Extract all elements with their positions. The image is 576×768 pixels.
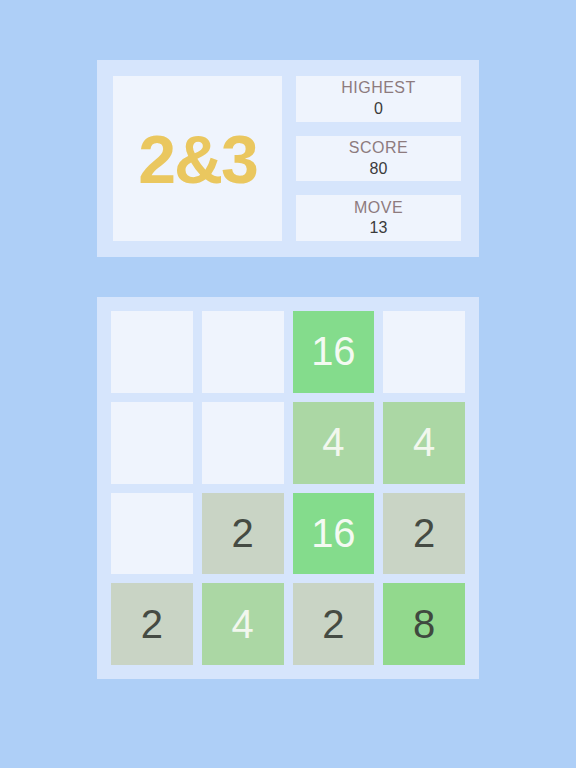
- empty-cell: [111, 311, 193, 393]
- stat-highest: HIGHEST 0: [296, 76, 461, 122]
- board[interactable]: 164421622428: [97, 297, 479, 679]
- tile-8: 8: [383, 583, 465, 665]
- stats-column: HIGHEST 0 SCORE 80 MOVE 13: [296, 76, 461, 241]
- tile-2: 2: [383, 493, 465, 575]
- game-title: 2&3: [138, 120, 257, 198]
- logo-box: 2&3: [113, 76, 282, 241]
- tile-2: 2: [111, 583, 193, 665]
- empty-cell: [202, 402, 284, 484]
- header-card: 2&3 HIGHEST 0 SCORE 80 MOVE 13: [97, 60, 479, 257]
- stat-highest-value: 0: [374, 99, 383, 119]
- tile-16: 16: [293, 493, 375, 575]
- tile-4: 4: [383, 402, 465, 484]
- tile-4: 4: [202, 583, 284, 665]
- stat-move-value: 13: [370, 218, 388, 238]
- empty-cell: [202, 311, 284, 393]
- empty-cell: [383, 311, 465, 393]
- empty-cell: [111, 493, 193, 575]
- empty-cell: [111, 402, 193, 484]
- stat-score-value: 80: [370, 159, 388, 179]
- stat-score: SCORE 80: [296, 136, 461, 182]
- stat-move: MOVE 13: [296, 195, 461, 241]
- tile-2: 2: [202, 493, 284, 575]
- stat-highest-label: HIGHEST: [341, 78, 416, 98]
- tile-2: 2: [293, 583, 375, 665]
- tile-4: 4: [293, 402, 375, 484]
- stat-score-label: SCORE: [349, 138, 408, 158]
- stat-move-label: MOVE: [354, 198, 403, 218]
- tile-16: 16: [293, 311, 375, 393]
